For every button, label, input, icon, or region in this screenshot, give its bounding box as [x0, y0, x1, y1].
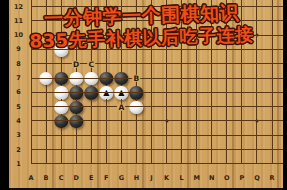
- board-point-A8[interactable]: [24, 57, 39, 71]
- board-point-L2[interactable]: [174, 142, 189, 156]
- board-point-C5[interactable]: [54, 99, 69, 113]
- board-point-Q2[interactable]: [249, 142, 264, 156]
- board-point-C8[interactable]: [54, 57, 69, 71]
- board-point-H3[interactable]: [129, 128, 144, 142]
- board-point-O4[interactable]: [219, 114, 234, 128]
- board-point-E8[interactable]: C: [84, 57, 99, 71]
- col-label: H: [129, 173, 144, 184]
- board-point-K2[interactable]: [159, 142, 174, 156]
- board-point-N1[interactable]: [204, 157, 219, 171]
- board-point-N6[interactable]: [204, 85, 219, 99]
- board-point-A3[interactable]: [24, 128, 39, 142]
- board-point-A1[interactable]: [24, 157, 39, 171]
- white-stone[interactable]: [85, 72, 98, 85]
- board-point-J1[interactable]: [144, 157, 159, 171]
- row-label: 2: [12, 142, 25, 156]
- board-point-B2[interactable]: [39, 142, 54, 156]
- board-point-R5[interactable]: [265, 99, 280, 113]
- black-stone[interactable]: [70, 101, 83, 114]
- row-label: 3: [12, 128, 25, 142]
- board-point-Q5[interactable]: [249, 99, 264, 113]
- star-point: [165, 119, 168, 122]
- board-point-M4[interactable]: [189, 114, 204, 128]
- board-point-H1[interactable]: [129, 157, 144, 171]
- row-label: 7: [12, 71, 25, 85]
- board-point-R8[interactable]: [265, 57, 280, 71]
- board-point-R4[interactable]: [265, 114, 280, 128]
- board-point-B6[interactable]: [39, 85, 54, 99]
- board-point-F3[interactable]: [99, 128, 114, 142]
- video-frame: DCB▲▲A 121110987654321 ABCDEFGHJKLMNOPQR…: [0, 0, 287, 190]
- col-label: J: [144, 173, 159, 184]
- board-point-J3[interactable]: [144, 128, 159, 142]
- triangle-mark-icon: ▲: [115, 86, 128, 99]
- board-point-D8[interactable]: D: [69, 57, 84, 71]
- col-label: M: [189, 173, 204, 184]
- board-point-B7[interactable]: [39, 71, 54, 85]
- board-point-D5[interactable]: [69, 99, 84, 113]
- board-point-Q1[interactable]: [249, 157, 264, 171]
- row-label: 8: [12, 57, 25, 71]
- board-point-N5[interactable]: [204, 99, 219, 113]
- board-point-R3[interactable]: [265, 128, 280, 142]
- board-point-F4[interactable]: [99, 114, 114, 128]
- board-point-G5[interactable]: A: [114, 99, 129, 113]
- board-point-F5[interactable]: [99, 99, 114, 113]
- row-label: 4: [12, 114, 25, 128]
- board-point-M5[interactable]: [189, 99, 204, 113]
- board-point-L5[interactable]: [174, 99, 189, 113]
- white-stone[interactable]: [54, 86, 67, 99]
- black-stone[interactable]: [100, 72, 113, 85]
- board-point-R6[interactable]: [265, 85, 280, 99]
- board-point-P6[interactable]: [234, 85, 249, 99]
- board-point-E6[interactable]: [84, 85, 99, 99]
- board-point-K1[interactable]: [159, 157, 174, 171]
- board-point-F6[interactable]: ▲: [99, 85, 114, 99]
- board-point-P8[interactable]: [234, 57, 249, 71]
- triangle-mark-icon: ▲: [100, 86, 113, 99]
- row-label: 5: [12, 99, 25, 113]
- board-point-D3[interactable]: [69, 128, 84, 142]
- board-point-M6[interactable]: [189, 85, 204, 99]
- board-point-E5[interactable]: [84, 99, 99, 113]
- board-point-K4[interactable]: [159, 114, 174, 128]
- board-point-L6[interactable]: [174, 85, 189, 99]
- board-point-P4[interactable]: [234, 114, 249, 128]
- board-point-K7[interactable]: [159, 71, 174, 85]
- board-point-O7[interactable]: [219, 71, 234, 85]
- board-point-B1[interactable]: [39, 157, 54, 171]
- board-point-B5[interactable]: [39, 99, 54, 113]
- white-stone[interactable]: [39, 72, 52, 85]
- board-point-Q4[interactable]: [249, 114, 264, 128]
- white-stone[interactable]: [54, 101, 67, 114]
- col-label: O: [219, 173, 234, 184]
- board-point-F2[interactable]: [99, 142, 114, 156]
- board-point-N7[interactable]: [204, 71, 219, 85]
- board-point-L4[interactable]: [174, 114, 189, 128]
- board-point-D1[interactable]: [69, 157, 84, 171]
- board-point-G8[interactable]: [114, 57, 129, 71]
- board-point-H7[interactable]: B: [129, 71, 144, 85]
- white-stone[interactable]: ▲: [100, 86, 113, 99]
- black-stone[interactable]: [115, 72, 128, 85]
- point-label-C: C: [88, 61, 96, 68]
- board-point-H8[interactable]: [129, 57, 144, 71]
- board-point-C6[interactable]: [54, 85, 69, 99]
- board-point-O8[interactable]: [219, 57, 234, 71]
- board-point-F8[interactable]: [99, 57, 114, 71]
- board-point-R7[interactable]: [265, 71, 280, 85]
- board-point-O3[interactable]: [219, 128, 234, 142]
- column-labels: ABCDEFGHJKLMNOPQR: [24, 173, 280, 184]
- board-point-P1[interactable]: [234, 157, 249, 171]
- board-point-G4[interactable]: [114, 114, 129, 128]
- board-point-J7[interactable]: [144, 71, 159, 85]
- board-point-G6[interactable]: ▲: [114, 85, 129, 99]
- board-point-K8[interactable]: [159, 57, 174, 71]
- point-label-B: B: [133, 75, 141, 82]
- board-point-H4[interactable]: [129, 114, 144, 128]
- board-point-B4[interactable]: [39, 114, 54, 128]
- black-stone[interactable]: [70, 86, 83, 99]
- board-point-J4[interactable]: [144, 114, 159, 128]
- white-stone[interactable]: [70, 72, 83, 85]
- board-point-C4[interactable]: [54, 114, 69, 128]
- board-point-C3[interactable]: [54, 128, 69, 142]
- board-point-K6[interactable]: [159, 85, 174, 99]
- col-label: Q: [249, 173, 264, 184]
- board-point-P7[interactable]: [234, 71, 249, 85]
- col-label: B: [39, 173, 54, 184]
- board-point-B3[interactable]: [39, 128, 54, 142]
- board-point-L3[interactable]: [174, 128, 189, 142]
- board-point-M2[interactable]: [189, 142, 204, 156]
- point-label-A: A: [118, 103, 126, 110]
- col-label: L: [174, 173, 189, 184]
- bottom-edge: [9, 188, 283, 190]
- board-point-Q8[interactable]: [249, 57, 264, 71]
- board-point-M3[interactable]: [189, 128, 204, 142]
- board-point-Q6[interactable]: [249, 85, 264, 99]
- white-stone[interactable]: ▲: [115, 86, 128, 99]
- black-stone[interactable]: [54, 72, 67, 85]
- board-point-D6[interactable]: [69, 85, 84, 99]
- board-point-G7[interactable]: [114, 71, 129, 85]
- board-point-N8[interactable]: [204, 57, 219, 71]
- board-point-H6[interactable]: [129, 85, 144, 99]
- col-label: G: [114, 173, 129, 184]
- board-point-D4[interactable]: [69, 114, 84, 128]
- white-stone[interactable]: [130, 101, 143, 114]
- star-point: [255, 119, 258, 122]
- board-point-E7[interactable]: [84, 71, 99, 85]
- board-point-O1[interactable]: [219, 157, 234, 171]
- board-point-K3[interactable]: [159, 128, 174, 142]
- point-label-D: D: [72, 61, 80, 68]
- board-point-Q7[interactable]: [249, 71, 264, 85]
- board-point-G1[interactable]: [114, 157, 129, 171]
- board-point-M1[interactable]: [189, 157, 204, 171]
- board-point-E3[interactable]: [84, 128, 99, 142]
- black-stone[interactable]: [70, 115, 83, 128]
- board-point-A6[interactable]: [24, 85, 39, 99]
- board-point-L7[interactable]: [174, 71, 189, 85]
- board-point-P2[interactable]: [234, 142, 249, 156]
- board-point-J2[interactable]: [144, 142, 159, 156]
- board-point-N2[interactable]: [204, 142, 219, 156]
- board-point-P3[interactable]: [234, 128, 249, 142]
- col-label: E: [84, 173, 99, 184]
- board-point-L1[interactable]: [174, 157, 189, 171]
- board-point-A2[interactable]: [24, 142, 39, 156]
- board-point-A7[interactable]: [24, 71, 39, 85]
- board-point-M7[interactable]: [189, 71, 204, 85]
- board-point-C7[interactable]: [54, 71, 69, 85]
- board-point-A4[interactable]: [24, 114, 39, 128]
- board-point-F7[interactable]: [99, 71, 114, 85]
- col-label: N: [204, 173, 219, 184]
- row-label: 6: [12, 85, 25, 99]
- board-point-C1[interactable]: [54, 157, 69, 171]
- board-point-R1[interactable]: [265, 157, 280, 171]
- board-point-M8[interactable]: [189, 57, 204, 71]
- board-point-C2[interactable]: [54, 142, 69, 156]
- board-point-D2[interactable]: [69, 142, 84, 156]
- board-point-H5[interactable]: [129, 99, 144, 113]
- col-label: C: [54, 173, 69, 184]
- col-label: R: [265, 173, 280, 184]
- board-point-E4[interactable]: [84, 114, 99, 128]
- board-point-O5[interactable]: [219, 99, 234, 113]
- board-point-E1[interactable]: [84, 157, 99, 171]
- right-black-bar: [283, 0, 287, 190]
- board-point-A5[interactable]: [24, 99, 39, 113]
- board-point-H2[interactable]: [129, 142, 144, 156]
- board-point-D7[interactable]: [69, 71, 84, 85]
- board-point-N3[interactable]: [204, 128, 219, 142]
- board-point-B8[interactable]: [39, 57, 54, 71]
- black-stone[interactable]: [85, 86, 98, 99]
- board-point-G3[interactable]: [114, 128, 129, 142]
- board-point-R2[interactable]: [265, 142, 280, 156]
- board-point-O6[interactable]: [219, 85, 234, 99]
- col-label: A: [24, 173, 39, 184]
- board-point-N4[interactable]: [204, 114, 219, 128]
- black-stone[interactable]: [54, 115, 67, 128]
- board-point-L8[interactable]: [174, 57, 189, 71]
- row-label: 1: [12, 157, 25, 171]
- board-point-E2[interactable]: [84, 142, 99, 156]
- board-point-Q3[interactable]: [249, 128, 264, 142]
- board-point-J8[interactable]: [144, 57, 159, 71]
- board-point-O2[interactable]: [219, 142, 234, 156]
- black-stone[interactable]: [130, 86, 143, 99]
- board-point-P5[interactable]: [234, 99, 249, 113]
- board-point-F1[interactable]: [99, 157, 114, 171]
- board-point-G2[interactable]: [114, 142, 129, 156]
- col-label: F: [99, 173, 114, 184]
- col-label: P: [234, 173, 249, 184]
- board-point-J5[interactable]: [144, 99, 159, 113]
- board-point-K5[interactable]: [159, 99, 174, 113]
- col-label: K: [159, 173, 174, 184]
- board-point-J6[interactable]: [144, 85, 159, 99]
- col-label: D: [69, 173, 84, 184]
